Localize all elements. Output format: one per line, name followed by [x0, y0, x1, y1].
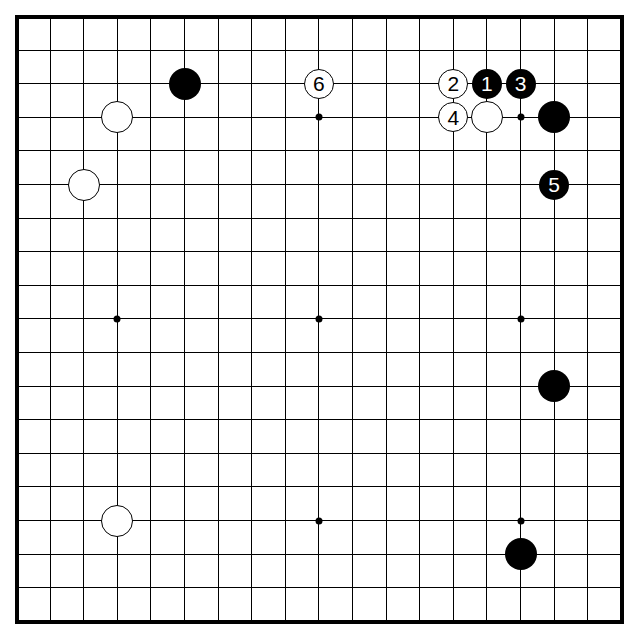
stone-black-r14[interactable]: 5 [539, 170, 569, 200]
go-board[interactable]: 621345 [0, 0, 640, 640]
stone-black-f17[interactable] [169, 68, 201, 100]
stone-black-q3[interactable] [505, 538, 537, 570]
star-point [315, 315, 322, 322]
move-number: 6 [313, 73, 325, 94]
stone-black-q17[interactable]: 3 [506, 69, 536, 99]
stone-white-k17[interactable]: 6 [304, 69, 334, 99]
star-point [315, 114, 322, 121]
move-number: 5 [548, 174, 560, 195]
stone-white-p16[interactable] [471, 101, 503, 133]
star-point [517, 114, 524, 121]
star-point [517, 517, 524, 524]
stone-white-d4[interactable] [101, 505, 133, 537]
stone-black-r8[interactable] [538, 370, 570, 402]
move-number: 1 [481, 73, 493, 94]
move-number: 4 [447, 106, 459, 127]
star-point [114, 315, 121, 322]
stone-black-r16[interactable] [538, 101, 570, 133]
stone-white-o16[interactable]: 4 [438, 102, 468, 132]
move-number: 2 [447, 73, 459, 94]
stones-layer: 621345 [0, 0, 640, 640]
stone-white-d16[interactable] [101, 101, 133, 133]
stone-black-p17[interactable]: 1 [472, 69, 502, 99]
star-point [517, 315, 524, 322]
move-number: 3 [515, 73, 527, 94]
stone-white-o17[interactable]: 2 [438, 69, 468, 99]
stone-white-c14[interactable] [68, 169, 100, 201]
star-point [315, 517, 322, 524]
